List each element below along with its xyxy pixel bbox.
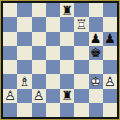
square-g1[interactable] bbox=[89, 103, 103, 117]
white-king-icon: ♚♔ bbox=[90, 75, 102, 88]
square-a3[interactable] bbox=[3, 74, 17, 88]
square-f3[interactable] bbox=[74, 74, 88, 88]
black-pawn-icon: ♟ bbox=[90, 32, 102, 45]
square-d2[interactable] bbox=[46, 89, 60, 103]
square-g4[interactable] bbox=[89, 60, 103, 74]
square-h4[interactable] bbox=[103, 60, 117, 74]
square-h2[interactable] bbox=[103, 89, 117, 103]
black-king-icon: ♚ bbox=[90, 46, 102, 59]
square-a7[interactable] bbox=[3, 17, 17, 31]
square-a5[interactable] bbox=[3, 46, 17, 60]
square-h8[interactable] bbox=[103, 3, 117, 17]
square-e1[interactable] bbox=[60, 103, 74, 117]
square-c1[interactable] bbox=[32, 103, 46, 117]
square-a2[interactable]: ♟♙ bbox=[3, 89, 17, 103]
square-e3[interactable] bbox=[60, 74, 74, 88]
square-d8[interactable] bbox=[46, 3, 60, 17]
piece-outline-layer: ♙ bbox=[4, 89, 16, 103]
square-b2[interactable] bbox=[17, 89, 31, 103]
square-b7[interactable] bbox=[17, 17, 31, 31]
white-pawn-icon: ♟♙ bbox=[104, 75, 116, 88]
square-g8[interactable] bbox=[89, 3, 103, 17]
piece-outline-layer: ♔ bbox=[90, 74, 102, 88]
square-e5[interactable] bbox=[60, 46, 74, 60]
white-pawn-icon: ♟♙ bbox=[4, 89, 16, 102]
square-c8[interactable] bbox=[32, 3, 46, 17]
square-e8[interactable]: ♜ bbox=[60, 3, 74, 17]
square-b6[interactable] bbox=[17, 32, 31, 46]
square-b3[interactable]: ♝♗ bbox=[17, 74, 31, 88]
square-d6[interactable] bbox=[46, 32, 60, 46]
square-e2[interactable]: ♜ bbox=[60, 89, 74, 103]
square-c3[interactable] bbox=[32, 74, 46, 88]
square-h7[interactable] bbox=[103, 17, 117, 31]
square-c2[interactable]: ♟♙ bbox=[32, 89, 46, 103]
square-g5[interactable]: ♚ bbox=[89, 46, 103, 60]
square-h6[interactable]: ♟ bbox=[103, 32, 117, 46]
square-a6[interactable] bbox=[3, 32, 17, 46]
chess-board: ♜♜♖♟♟♚♝♗♚♔♟♙♟♙♟♙♜ bbox=[3, 3, 117, 117]
piece-outline-layer: ♙ bbox=[104, 74, 116, 88]
square-d1[interactable] bbox=[46, 103, 60, 117]
square-b8[interactable] bbox=[17, 3, 31, 17]
black-rook-icon: ♜ bbox=[61, 4, 73, 17]
piece-outline-layer: ♖ bbox=[76, 17, 88, 31]
white-pawn-icon: ♟♙ bbox=[33, 89, 45, 102]
square-g2[interactable] bbox=[89, 89, 103, 103]
square-a1[interactable] bbox=[3, 103, 17, 117]
square-g7[interactable] bbox=[89, 17, 103, 31]
square-f1[interactable] bbox=[74, 103, 88, 117]
square-c7[interactable] bbox=[32, 17, 46, 31]
square-c5[interactable] bbox=[32, 46, 46, 60]
square-f7[interactable]: ♜♖ bbox=[74, 17, 88, 31]
square-h3[interactable]: ♟♙ bbox=[103, 74, 117, 88]
square-e4[interactable] bbox=[60, 60, 74, 74]
square-g3[interactable]: ♚♔ bbox=[89, 74, 103, 88]
square-f2[interactable] bbox=[74, 89, 88, 103]
square-c4[interactable] bbox=[32, 60, 46, 74]
white-bishop-icon: ♝♗ bbox=[19, 75, 31, 88]
square-b5[interactable] bbox=[17, 46, 31, 60]
black-rook-icon: ♜ bbox=[61, 89, 73, 102]
square-e6[interactable] bbox=[60, 32, 74, 46]
square-f5[interactable] bbox=[74, 46, 88, 60]
board-frame: ♜♜♖♟♟♚♝♗♚♔♟♙♟♙♟♙♜ bbox=[0, 0, 120, 120]
square-a8[interactable] bbox=[3, 3, 17, 17]
square-d3[interactable] bbox=[46, 74, 60, 88]
square-a4[interactable] bbox=[3, 60, 17, 74]
square-f4[interactable] bbox=[74, 60, 88, 74]
square-h5[interactable] bbox=[103, 46, 117, 60]
square-f6[interactable] bbox=[74, 32, 88, 46]
square-f8[interactable] bbox=[74, 3, 88, 17]
square-g6[interactable]: ♟ bbox=[89, 32, 103, 46]
square-b1[interactable] bbox=[17, 103, 31, 117]
piece-outline-layer: ♗ bbox=[19, 74, 31, 88]
square-c6[interactable] bbox=[32, 32, 46, 46]
square-e7[interactable] bbox=[60, 17, 74, 31]
square-d5[interactable] bbox=[46, 46, 60, 60]
piece-outline-layer: ♙ bbox=[33, 89, 45, 103]
square-b4[interactable] bbox=[17, 60, 31, 74]
square-h1[interactable] bbox=[103, 103, 117, 117]
square-d7[interactable] bbox=[46, 17, 60, 31]
white-rook-icon: ♜♖ bbox=[76, 18, 88, 31]
black-pawn-icon: ♟ bbox=[104, 32, 116, 45]
square-d4[interactable] bbox=[46, 60, 60, 74]
